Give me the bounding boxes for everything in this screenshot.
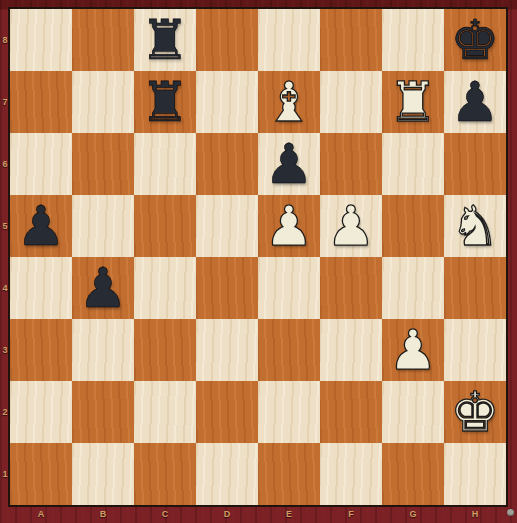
square-b2[interactable] (72, 381, 134, 443)
square-a5[interactable]: ♟ (10, 195, 72, 257)
square-f5[interactable]: ♟ (320, 195, 382, 257)
square-a2[interactable] (10, 381, 72, 443)
piece-white-pawn[interactable]: ♟ (382, 319, 444, 381)
square-b1[interactable] (72, 443, 134, 505)
square-h4[interactable] (444, 257, 506, 319)
square-h8[interactable]: ♚ (444, 9, 506, 71)
square-a1[interactable] (10, 443, 72, 505)
square-f8[interactable] (320, 9, 382, 71)
square-e1[interactable] (258, 443, 320, 505)
corner-dot (507, 509, 514, 516)
square-f7[interactable] (320, 71, 382, 133)
rank-label-4: 4 (0, 257, 10, 319)
square-e2[interactable] (258, 381, 320, 443)
piece-black-pawn[interactable]: ♟ (444, 71, 506, 133)
piece-white-king[interactable]: ♚ (444, 381, 506, 443)
square-d6[interactable] (196, 133, 258, 195)
square-c4[interactable] (134, 257, 196, 319)
rank-label-8: 8 (0, 9, 10, 71)
square-e4[interactable] (258, 257, 320, 319)
square-d1[interactable] (196, 443, 258, 505)
square-g5[interactable] (382, 195, 444, 257)
rank-label-6: 6 (0, 133, 10, 195)
square-b5[interactable] (72, 195, 134, 257)
file-label-g: G (382, 505, 444, 523)
piece-black-rook[interactable]: ♜ (134, 71, 196, 133)
square-d7[interactable] (196, 71, 258, 133)
chess-board-frame: ♜♚♜♝♜♟♟♟♟♟♞♟♟♚ 87654321ABCDEFGH (0, 0, 517, 523)
square-h5[interactable]: ♞ (444, 195, 506, 257)
square-e7[interactable]: ♝ (258, 71, 320, 133)
square-h2[interactable]: ♚ (444, 381, 506, 443)
square-g3[interactable]: ♟ (382, 319, 444, 381)
file-label-b: B (72, 505, 134, 523)
square-g6[interactable] (382, 133, 444, 195)
square-g2[interactable] (382, 381, 444, 443)
rank-label-1: 1 (0, 443, 10, 505)
piece-white-pawn[interactable]: ♟ (320, 195, 382, 257)
square-g4[interactable] (382, 257, 444, 319)
file-label-f: F (320, 505, 382, 523)
square-h6[interactable] (444, 133, 506, 195)
square-b6[interactable] (72, 133, 134, 195)
square-c2[interactable] (134, 381, 196, 443)
square-f6[interactable] (320, 133, 382, 195)
piece-white-knight[interactable]: ♞ (444, 195, 506, 257)
piece-black-king[interactable]: ♚ (444, 9, 506, 71)
square-d4[interactable] (196, 257, 258, 319)
square-d5[interactable] (196, 195, 258, 257)
square-h7[interactable]: ♟ (444, 71, 506, 133)
square-a4[interactable] (10, 257, 72, 319)
rank-label-3: 3 (0, 319, 10, 381)
square-d8[interactable] (196, 9, 258, 71)
square-a7[interactable] (10, 71, 72, 133)
square-b3[interactable] (72, 319, 134, 381)
square-f3[interactable] (320, 319, 382, 381)
square-f4[interactable] (320, 257, 382, 319)
square-c7[interactable]: ♜ (134, 71, 196, 133)
square-h3[interactable] (444, 319, 506, 381)
square-d3[interactable] (196, 319, 258, 381)
piece-black-rook[interactable]: ♜ (134, 9, 196, 71)
square-h1[interactable] (444, 443, 506, 505)
square-c3[interactable] (134, 319, 196, 381)
square-b4[interactable]: ♟ (72, 257, 134, 319)
file-label-c: C (134, 505, 196, 523)
square-g7[interactable]: ♜ (382, 71, 444, 133)
rank-label-7: 7 (0, 71, 10, 133)
square-c1[interactable] (134, 443, 196, 505)
piece-white-rook[interactable]: ♜ (382, 71, 444, 133)
square-e6[interactable]: ♟ (258, 133, 320, 195)
file-label-d: D (196, 505, 258, 523)
square-a3[interactable] (10, 319, 72, 381)
square-d2[interactable] (196, 381, 258, 443)
square-f2[interactable] (320, 381, 382, 443)
file-label-a: A (10, 505, 72, 523)
square-b7[interactable] (72, 71, 134, 133)
square-g1[interactable] (382, 443, 444, 505)
piece-black-pawn[interactable]: ♟ (72, 257, 134, 319)
square-c8[interactable]: ♜ (134, 9, 196, 71)
chess-board: ♜♚♜♝♜♟♟♟♟♟♞♟♟♚ (10, 9, 506, 505)
square-e3[interactable] (258, 319, 320, 381)
square-c6[interactable] (134, 133, 196, 195)
rank-label-2: 2 (0, 381, 10, 443)
square-e5[interactable]: ♟ (258, 195, 320, 257)
file-label-h: H (444, 505, 506, 523)
piece-black-pawn[interactable]: ♟ (10, 195, 72, 257)
square-a8[interactable] (10, 9, 72, 71)
square-a6[interactable] (10, 133, 72, 195)
square-f1[interactable] (320, 443, 382, 505)
square-g8[interactable] (382, 9, 444, 71)
square-b8[interactable] (72, 9, 134, 71)
rank-label-5: 5 (0, 195, 10, 257)
piece-white-bishop[interactable]: ♝ (258, 71, 320, 133)
piece-white-pawn[interactable]: ♟ (258, 195, 320, 257)
square-e8[interactable] (258, 9, 320, 71)
file-label-e: E (258, 505, 320, 523)
square-c5[interactable] (134, 195, 196, 257)
piece-black-pawn[interactable]: ♟ (258, 133, 320, 195)
